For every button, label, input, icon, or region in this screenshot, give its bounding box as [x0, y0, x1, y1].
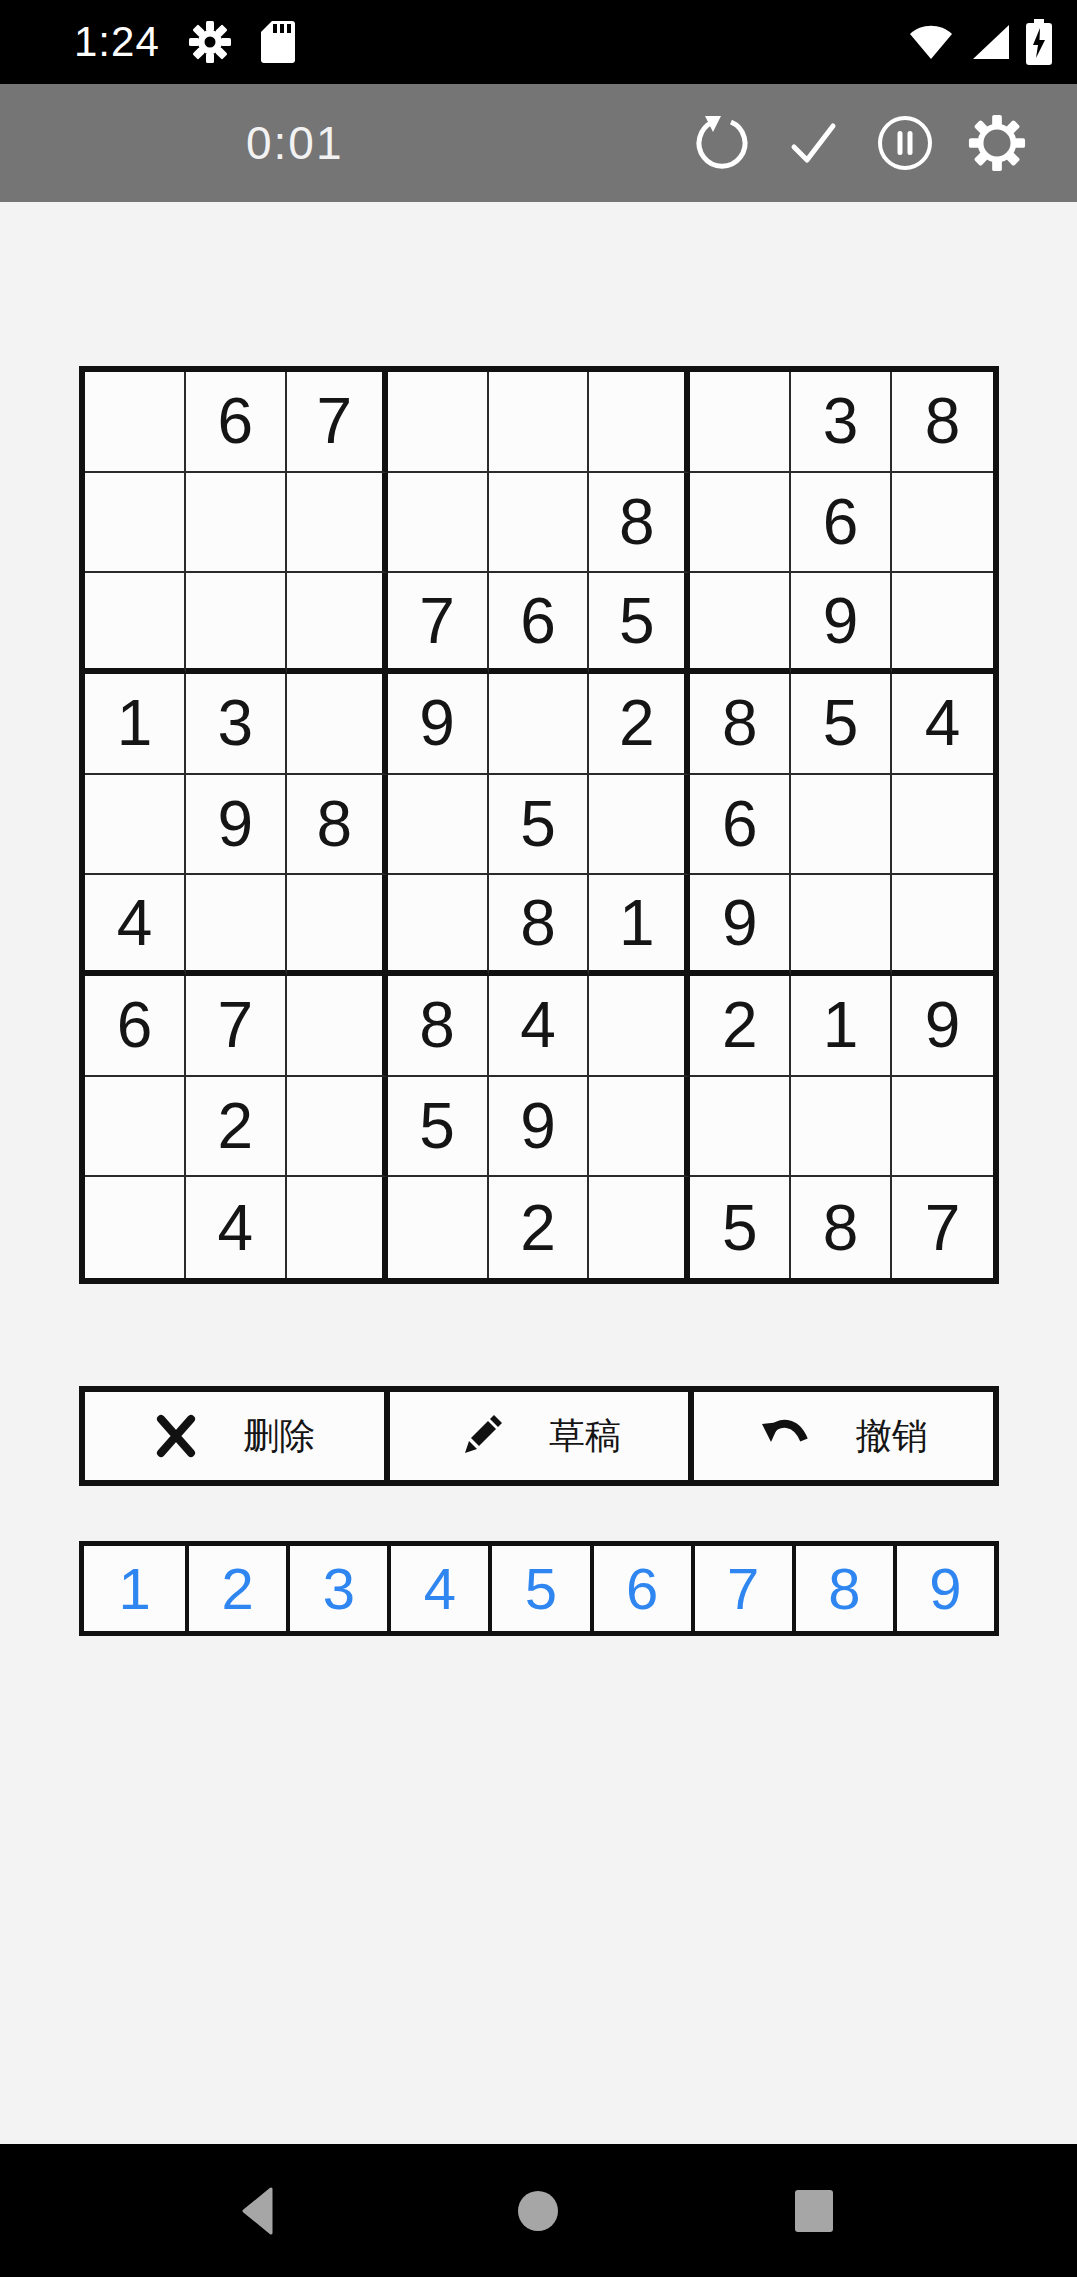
- sudoku-cell-r5c6[interactable]: [589, 775, 690, 876]
- settings-gear-icon: [188, 20, 232, 64]
- sudoku-cell-r9c3[interactable]: [287, 1177, 388, 1278]
- game-toolbar: 0:01: [0, 84, 1077, 202]
- sudoku-cell-r1c1[interactable]: [85, 372, 186, 473]
- recents-button[interactable]: [769, 2144, 859, 2277]
- sudoku-cell-r3c7[interactable]: [690, 573, 791, 674]
- sudoku-cell-r6c3[interactable]: [287, 875, 388, 976]
- sudoku-cell-r2c2[interactable]: [186, 473, 287, 574]
- sudoku-cell-r7c4[interactable]: 8: [388, 976, 489, 1077]
- numpad-button-1[interactable]: 1: [84, 1546, 185, 1631]
- sudoku-cell-r2c9[interactable]: [892, 473, 993, 574]
- sudoku-cell-r6c4[interactable]: [388, 875, 489, 976]
- action-bar: 删除 草稿 撤销: [79, 1386, 999, 1486]
- numpad-button-6[interactable]: 6: [590, 1546, 691, 1631]
- sudoku-cell-r3c6[interactable]: 5: [589, 573, 690, 674]
- sudoku-cell-r7c8[interactable]: 1: [791, 976, 892, 1077]
- sudoku-cell-r4c3[interactable]: [287, 674, 388, 775]
- sudoku-cell-r1c2[interactable]: 6: [186, 372, 287, 473]
- sudoku-cell-r9c9[interactable]: 7: [892, 1177, 993, 1278]
- sudoku-cell-r1c4[interactable]: [388, 372, 489, 473]
- sudoku-cell-r3c4[interactable]: 7: [388, 573, 489, 674]
- sudoku-cell-r8c4[interactable]: 5: [388, 1077, 489, 1178]
- sudoku-cell-r1c9[interactable]: 8: [892, 372, 993, 473]
- sudoku-cell-r7c2[interactable]: 7: [186, 976, 287, 1077]
- sudoku-cell-r7c7[interactable]: 2: [690, 976, 791, 1077]
- sudoku-cell-r3c8[interactable]: 9: [791, 573, 892, 674]
- sudoku-cell-r2c5[interactable]: [489, 473, 590, 574]
- recents-icon: [795, 2190, 833, 2232]
- numpad-button-2[interactable]: 2: [185, 1546, 286, 1631]
- sudoku-cell-r7c6[interactable]: [589, 976, 690, 1077]
- sudoku-cell-r5c7[interactable]: 6: [690, 775, 791, 876]
- sudoku-cell-r9c2[interactable]: 4: [186, 1177, 287, 1278]
- settings-button[interactable]: [967, 113, 1027, 173]
- sudoku-cell-r8c6[interactable]: [589, 1077, 690, 1178]
- restart-button[interactable]: [691, 113, 751, 173]
- pencil-icon: [457, 1412, 505, 1460]
- restart-icon: [692, 114, 750, 172]
- sudoku-cell-r3c3[interactable]: [287, 573, 388, 674]
- sudoku-cell-r8c3[interactable]: [287, 1077, 388, 1178]
- sudoku-cell-r7c5[interactable]: 4: [489, 976, 590, 1077]
- sudoku-cell-r9c6[interactable]: [589, 1177, 690, 1278]
- sudoku-cell-r8c7[interactable]: [690, 1077, 791, 1178]
- numpad-button-3[interactable]: 3: [286, 1546, 387, 1631]
- sudoku-cell-r6c2[interactable]: [186, 875, 287, 976]
- sudoku-cell-r2c3[interactable]: [287, 473, 388, 574]
- sudoku-cell-r5c5[interactable]: 5: [489, 775, 590, 876]
- cellular-signal-icon: [969, 22, 1011, 62]
- sudoku-cell-r5c2[interactable]: 9: [186, 775, 287, 876]
- sudoku-cell-r9c4[interactable]: [388, 1177, 489, 1278]
- battery-charging-icon: [1025, 18, 1053, 66]
- sudoku-cell-r9c7[interactable]: 5: [690, 1177, 791, 1278]
- sudoku-cell-r1c3[interactable]: 7: [287, 372, 388, 473]
- number-pad: 123456789: [79, 1541, 999, 1636]
- sudoku-cell-r9c1[interactable]: [85, 1177, 186, 1278]
- sudoku-cell-r8c5[interactable]: 9: [489, 1077, 590, 1178]
- sudoku-cell-r5c9[interactable]: [892, 775, 993, 876]
- sudoku-cell-r4c5[interactable]: [489, 674, 590, 775]
- wifi-icon: [907, 22, 955, 62]
- sudoku-cell-r4c1[interactable]: 1: [85, 674, 186, 775]
- sudoku-cell-r9c8[interactable]: 8: [791, 1177, 892, 1278]
- delete-button[interactable]: 删除: [85, 1392, 384, 1480]
- back-button[interactable]: [213, 2144, 303, 2277]
- pause-button[interactable]: [875, 113, 935, 173]
- sudoku-cell-r7c9[interactable]: 9: [892, 976, 993, 1077]
- home-icon: [518, 2191, 558, 2231]
- sudoku-cell-r8c1[interactable]: [85, 1077, 186, 1178]
- numpad-button-5[interactable]: 5: [488, 1546, 589, 1631]
- sudoku-cell-r4c9[interactable]: 4: [892, 674, 993, 775]
- sudoku-cell-r2c7[interactable]: [690, 473, 791, 574]
- undo-label: 撤销: [856, 1412, 928, 1461]
- sudoku-cell-r3c1[interactable]: [85, 573, 186, 674]
- sudoku-cell-r4c2[interactable]: 3: [186, 674, 287, 775]
- settings-icon: [967, 112, 1027, 174]
- sudoku-cell-r1c7[interactable]: [690, 372, 791, 473]
- game-timer: 0:01: [246, 84, 344, 202]
- sudoku-cell-r3c9[interactable]: [892, 573, 993, 674]
- sudoku-cell-r7c1[interactable]: 6: [85, 976, 186, 1077]
- undo-icon: [760, 1414, 812, 1458]
- sudoku-cell-r1c5[interactable]: [489, 372, 590, 473]
- sudoku-cell-r3c2[interactable]: [186, 573, 287, 674]
- status-time: 1:24: [74, 18, 160, 66]
- sudoku-cell-r6c8[interactable]: [791, 875, 892, 976]
- sudoku-app-screen: 1:24: [0, 0, 1077, 2277]
- delete-x-icon: [153, 1413, 199, 1459]
- sudoku-cell-r4c4[interactable]: 9: [388, 674, 489, 775]
- numpad-button-4[interactable]: 4: [387, 1546, 488, 1631]
- sudoku-cell-r1c6[interactable]: [589, 372, 690, 473]
- draft-button[interactable]: 草稿: [384, 1392, 689, 1480]
- undo-button[interactable]: 撤销: [688, 1392, 993, 1480]
- sudoku-cell-r6c7[interactable]: 9: [690, 875, 791, 976]
- numpad-button-9[interactable]: 9: [893, 1546, 994, 1631]
- sudoku-cell-r5c1[interactable]: [85, 775, 186, 876]
- sudoku-cell-r4c8[interactable]: 5: [791, 674, 892, 775]
- sudoku-cell-r2c4[interactable]: [388, 473, 489, 574]
- sudoku-cell-r6c6[interactable]: 1: [589, 875, 690, 976]
- sudoku-cell-r6c9[interactable]: [892, 875, 993, 976]
- home-button[interactable]: [493, 2144, 583, 2277]
- sudoku-cell-r7c3[interactable]: [287, 976, 388, 1077]
- sudoku-cell-r5c3[interactable]: 8: [287, 775, 388, 876]
- sudoku-cell-r2c1[interactable]: [85, 473, 186, 574]
- numpad-button-7[interactable]: 7: [691, 1546, 792, 1631]
- check-button[interactable]: [783, 113, 843, 173]
- sudoku-cell-r2c6[interactable]: 8: [589, 473, 690, 574]
- sudoku-cell-r5c8[interactable]: [791, 775, 892, 876]
- sudoku-cell-r6c1[interactable]: 4: [85, 875, 186, 976]
- sudoku-cell-r8c8[interactable]: [791, 1077, 892, 1178]
- sudoku-cell-r8c2[interactable]: 2: [186, 1077, 287, 1178]
- sudoku-cell-r4c7[interactable]: 8: [690, 674, 791, 775]
- sudoku-cell-r6c5[interactable]: 8: [489, 875, 590, 976]
- sd-card-icon: [260, 19, 296, 65]
- draft-label: 草稿: [549, 1412, 621, 1461]
- sudoku-cell-r8c9[interactable]: [892, 1077, 993, 1178]
- sudoku-cell-r5c4[interactable]: [388, 775, 489, 876]
- check-icon: [784, 114, 842, 172]
- sudoku-cell-r1c8[interactable]: 3: [791, 372, 892, 473]
- pause-icon: [876, 114, 934, 172]
- numpad-button-8[interactable]: 8: [792, 1546, 893, 1631]
- back-icon: [241, 2186, 275, 2236]
- sudoku-cell-r4c6[interactable]: 2: [589, 674, 690, 775]
- sudoku-cell-r3c5[interactable]: 6: [489, 573, 590, 674]
- sudoku-board: 6738867659139285498564819678421925942587: [79, 366, 999, 1284]
- sudoku-cell-r9c5[interactable]: 2: [489, 1177, 590, 1278]
- sudoku-cell-r2c8[interactable]: 6: [791, 473, 892, 574]
- android-nav-bar: [0, 2144, 1077, 2277]
- delete-label: 删除: [243, 1412, 315, 1461]
- status-bar: 1:24: [0, 0, 1077, 84]
